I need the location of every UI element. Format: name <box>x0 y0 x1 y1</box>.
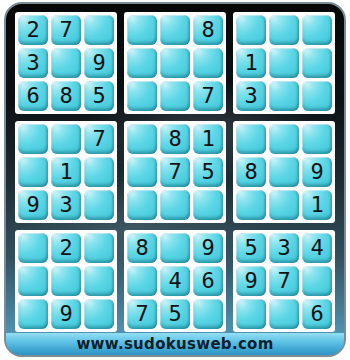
sudoku-cell-r3c7[interactable]: 3 <box>236 81 266 111</box>
sudoku-cell-r4c8[interactable] <box>269 124 299 154</box>
sudoku-cell-r7c6[interactable]: 9 <box>193 233 223 263</box>
sudoku-cell-r3c1[interactable]: 6 <box>18 81 48 111</box>
footer-bar: www.sudokusweb.com <box>6 333 344 355</box>
sudoku-board: 273968587137193817589129894675534976 <box>15 12 335 332</box>
sudoku-cell-r4c3[interactable]: 7 <box>84 124 114 154</box>
sudoku-cell-r2c6[interactable] <box>193 48 223 78</box>
board-frame: 273968587137193817589129894675534976 www… <box>4 2 346 357</box>
sudoku-box-3: 13 <box>233 12 335 114</box>
sudoku-box-8: 894675 <box>124 230 226 332</box>
sudoku-box-6: 891 <box>233 121 335 223</box>
sudoku-cell-r1c8[interactable] <box>269 15 299 45</box>
sudoku-cell-r2c2[interactable] <box>51 48 81 78</box>
sudoku-cell-r9c3[interactable] <box>84 299 114 329</box>
sudoku-cell-r3c2[interactable]: 8 <box>51 81 81 111</box>
sudoku-cell-r9c1[interactable] <box>18 299 48 329</box>
sudoku-cell-r1c2[interactable]: 7 <box>51 15 81 45</box>
sudoku-cell-r5c5[interactable]: 7 <box>160 157 190 187</box>
sudoku-cell-r1c3[interactable] <box>84 15 114 45</box>
sudoku-cell-r8c2[interactable] <box>51 266 81 296</box>
sudoku-cell-r1c1[interactable]: 2 <box>18 15 48 45</box>
sudoku-cell-r4c2[interactable] <box>51 124 81 154</box>
sudoku-box-4: 7193 <box>15 121 117 223</box>
sudoku-cell-r7c8[interactable]: 3 <box>269 233 299 263</box>
sudoku-cell-r8c8[interactable]: 7 <box>269 266 299 296</box>
site-url: www.sudokusweb.com <box>76 335 273 353</box>
sudoku-cell-r1c7[interactable] <box>236 15 266 45</box>
sudoku-box-5: 8175 <box>124 121 226 223</box>
sudoku-cell-r9c7[interactable] <box>236 299 266 329</box>
sudoku-cell-r8c9[interactable] <box>302 266 332 296</box>
sudoku-cell-r5c7[interactable]: 8 <box>236 157 266 187</box>
sudoku-cell-r6c3[interactable] <box>84 190 114 220</box>
sudoku-cell-r5c4[interactable] <box>127 157 157 187</box>
sudoku-cell-r2c9[interactable] <box>302 48 332 78</box>
sudoku-cell-r6c7[interactable] <box>236 190 266 220</box>
sudoku-cell-r6c4[interactable] <box>127 190 157 220</box>
sudoku-cell-r9c9[interactable]: 6 <box>302 299 332 329</box>
sudoku-cell-r7c3[interactable] <box>84 233 114 263</box>
sudoku-cell-r9c6[interactable] <box>193 299 223 329</box>
sudoku-cell-r9c2[interactable]: 9 <box>51 299 81 329</box>
sudoku-cell-r4c6[interactable]: 1 <box>193 124 223 154</box>
sudoku-cell-r2c7[interactable]: 1 <box>236 48 266 78</box>
sudoku-cell-r5c6[interactable]: 5 <box>193 157 223 187</box>
sudoku-cell-r6c2[interactable]: 3 <box>51 190 81 220</box>
sudoku-cell-r8c6[interactable]: 6 <box>193 266 223 296</box>
sudoku-cell-r7c1[interactable] <box>18 233 48 263</box>
sudoku-cell-r7c9[interactable]: 4 <box>302 233 332 263</box>
sudoku-cell-r8c4[interactable] <box>127 266 157 296</box>
sudoku-cell-r7c4[interactable]: 8 <box>127 233 157 263</box>
sudoku-cell-r3c5[interactable] <box>160 81 190 111</box>
sudoku-cell-r8c3[interactable] <box>84 266 114 296</box>
sudoku-cell-r3c4[interactable] <box>127 81 157 111</box>
sudoku-cell-r3c9[interactable] <box>302 81 332 111</box>
sudoku-cell-r4c9[interactable] <box>302 124 332 154</box>
sudoku-cell-r2c4[interactable] <box>127 48 157 78</box>
sudoku-cell-r2c3[interactable]: 9 <box>84 48 114 78</box>
sudoku-cell-r4c5[interactable]: 8 <box>160 124 190 154</box>
sudoku-cell-r7c5[interactable] <box>160 233 190 263</box>
sudoku-cell-r8c1[interactable] <box>18 266 48 296</box>
sudoku-cell-r7c7[interactable]: 5 <box>236 233 266 263</box>
sudoku-cell-r5c9[interactable]: 9 <box>302 157 332 187</box>
sudoku-cell-r1c5[interactable] <box>160 15 190 45</box>
sudoku-puzzle: 273968587137193817589129894675534976 www… <box>0 0 350 360</box>
sudoku-cell-r3c3[interactable]: 5 <box>84 81 114 111</box>
sudoku-box-1: 2739685 <box>15 12 117 114</box>
sudoku-cell-r2c1[interactable]: 3 <box>18 48 48 78</box>
sudoku-cell-r8c5[interactable]: 4 <box>160 266 190 296</box>
sudoku-box-2: 87 <box>124 12 226 114</box>
sudoku-cell-r2c5[interactable] <box>160 48 190 78</box>
sudoku-cell-r4c4[interactable] <box>127 124 157 154</box>
sudoku-cell-r1c4[interactable] <box>127 15 157 45</box>
sudoku-cell-r4c7[interactable] <box>236 124 266 154</box>
sudoku-cell-r9c4[interactable]: 7 <box>127 299 157 329</box>
sudoku-cell-r7c2[interactable]: 2 <box>51 233 81 263</box>
sudoku-cell-r6c9[interactable]: 1 <box>302 190 332 220</box>
sudoku-cell-r5c1[interactable] <box>18 157 48 187</box>
sudoku-cell-r9c8[interactable] <box>269 299 299 329</box>
sudoku-cell-r3c8[interactable] <box>269 81 299 111</box>
sudoku-cell-r6c6[interactable] <box>193 190 223 220</box>
sudoku-cell-r4c1[interactable] <box>18 124 48 154</box>
sudoku-box-7: 29 <box>15 230 117 332</box>
sudoku-cell-r9c5[interactable]: 5 <box>160 299 190 329</box>
sudoku-cell-r5c8[interactable] <box>269 157 299 187</box>
sudoku-cell-r3c6[interactable]: 7 <box>193 81 223 111</box>
sudoku-cell-r6c1[interactable]: 9 <box>18 190 48 220</box>
sudoku-cell-r5c2[interactable]: 1 <box>51 157 81 187</box>
sudoku-cell-r6c5[interactable] <box>160 190 190 220</box>
sudoku-box-9: 534976 <box>233 230 335 332</box>
sudoku-cell-r1c6[interactable]: 8 <box>193 15 223 45</box>
sudoku-cell-r2c8[interactable] <box>269 48 299 78</box>
sudoku-cell-r1c9[interactable] <box>302 15 332 45</box>
sudoku-cell-r5c3[interactable] <box>84 157 114 187</box>
sudoku-cell-r6c8[interactable] <box>269 190 299 220</box>
sudoku-cell-r8c7[interactable]: 9 <box>236 266 266 296</box>
